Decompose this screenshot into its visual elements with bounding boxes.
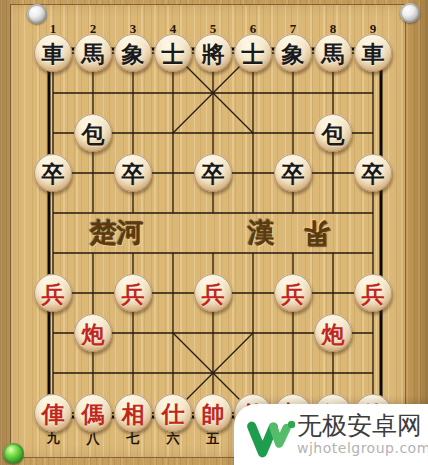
piece-black-cannon[interactable]: 包 (74, 114, 112, 152)
screw-top-right-icon (400, 3, 420, 23)
watermark-site-name: 无极安卓网 (297, 412, 422, 440)
piece-black-elephant[interactable]: 象 (274, 34, 312, 72)
piece-black-soldier[interactable]: 卒 (194, 154, 232, 192)
piece-black-elephant[interactable]: 象 (114, 34, 152, 72)
piece-glyph: 馬 (82, 42, 105, 65)
piece-glyph: 炮 (322, 322, 345, 345)
watermark-w-logo-icon (245, 411, 295, 463)
piece-glyph: 馬 (322, 42, 345, 65)
piece-glyph: 士 (242, 42, 265, 65)
piece-red-soldier[interactable]: 兵 (274, 274, 312, 312)
piece-glyph: 相 (122, 402, 145, 425)
piece-glyph: 包 (82, 122, 105, 145)
piece-black-horse[interactable]: 馬 (74, 34, 112, 72)
piece-red-chariot[interactable]: 俥 (34, 394, 72, 432)
piece-glyph: 兵 (362, 282, 385, 305)
piece-glyph: 卒 (362, 162, 385, 185)
piece-red-soldier[interactable]: 兵 (194, 274, 232, 312)
piece-red-general[interactable]: 帥 (194, 394, 232, 432)
piece-red-soldier[interactable]: 兵 (114, 274, 152, 312)
piece-glyph: 象 (122, 42, 145, 65)
piece-red-cannon[interactable]: 炮 (314, 314, 352, 352)
piece-red-soldier[interactable]: 兵 (34, 274, 72, 312)
piece-black-chariot[interactable]: 車 (34, 34, 72, 72)
watermark: 无极安卓网 wjhotelgroup.com (234, 404, 428, 465)
piece-black-advisor[interactable]: 士 (234, 34, 272, 72)
piece-red-elephant[interactable]: 相 (114, 394, 152, 432)
piece-glyph: 包 (322, 122, 345, 145)
piece-black-horse[interactable]: 馬 (314, 34, 352, 72)
board-grid[interactable]: 車馬象士將士象馬車包包卒卒卒卒卒兵兵兵兵兵炮炮俥傌相仕帥仕相傌俥 (33, 33, 393, 433)
piece-red-soldier[interactable]: 兵 (354, 274, 392, 312)
piece-glyph: 卒 (282, 162, 305, 185)
piece-red-horse[interactable]: 傌 (74, 394, 112, 432)
piece-red-advisor[interactable]: 仕 (154, 394, 192, 432)
piece-glyph: 卒 (122, 162, 145, 185)
piece-glyph: 車 (362, 42, 385, 65)
piece-glyph: 仕 (162, 402, 185, 425)
piece-black-advisor[interactable]: 士 (154, 34, 192, 72)
piece-glyph: 象 (282, 42, 305, 65)
piece-glyph: 俥 (42, 402, 65, 425)
piece-glyph: 車 (42, 42, 65, 65)
piece-glyph: 兵 (122, 282, 145, 305)
watermark-domain: wjhotelgroup.com (297, 440, 428, 457)
piece-black-soldier[interactable]: 卒 (274, 154, 312, 192)
piece-black-cannon[interactable]: 包 (314, 114, 352, 152)
piece-glyph: 兵 (282, 282, 305, 305)
xiangqi-board: 123456789 九八七六五四三二一 楚河 漢 界 車馬象士將士象馬車包包卒卒… (0, 0, 428, 465)
piece-glyph: 卒 (202, 162, 225, 185)
piece-glyph: 傌 (82, 402, 105, 425)
piece-black-soldier[interactable]: 卒 (354, 154, 392, 192)
piece-red-cannon[interactable]: 炮 (74, 314, 112, 352)
piece-glyph: 卒 (42, 162, 65, 185)
piece-glyph: 兵 (42, 282, 65, 305)
piece-black-soldier[interactable]: 卒 (34, 154, 72, 192)
screw-bottom-left-icon (3, 443, 24, 464)
screw-top-left-icon (27, 4, 47, 24)
piece-glyph: 炮 (82, 322, 105, 345)
piece-glyph: 兵 (202, 282, 225, 305)
piece-black-general[interactable]: 將 (194, 34, 232, 72)
piece-glyph: 士 (162, 42, 185, 65)
piece-glyph: 帥 (202, 402, 225, 425)
piece-glyph: 將 (202, 42, 225, 65)
piece-black-soldier[interactable]: 卒 (114, 154, 152, 192)
piece-black-chariot[interactable]: 車 (354, 34, 392, 72)
